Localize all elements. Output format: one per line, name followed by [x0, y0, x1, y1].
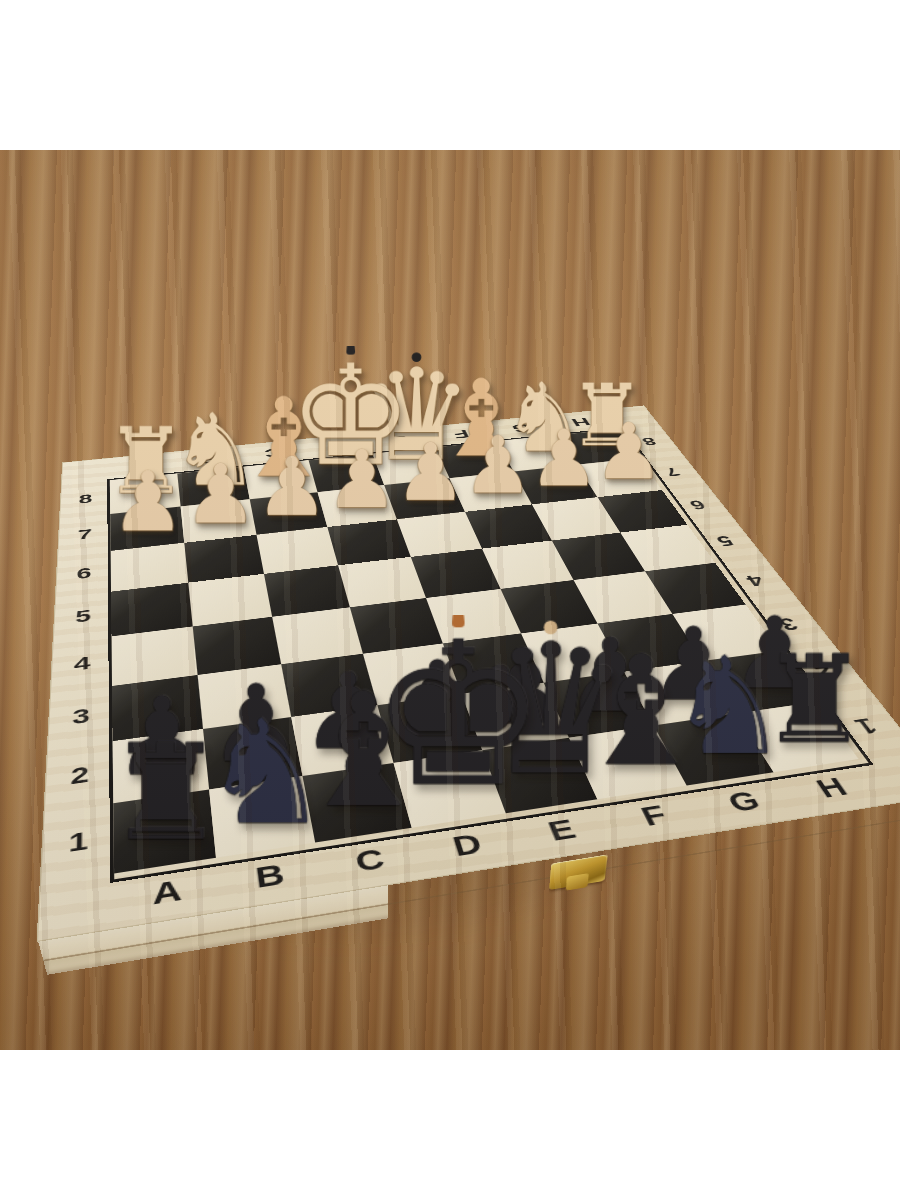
pawn-glyph: ♟ [123, 670, 388, 778]
square[interactable] [350, 598, 443, 654]
chess-piece[interactable]: ♞ [451, 369, 638, 466]
rank-label: 2 [787, 645, 864, 701]
square[interactable] [112, 626, 198, 686]
file-labels-far: ABCDEFGH [110, 413, 616, 477]
bishop-glyph: ♝ [506, 634, 774, 788]
chess-piece[interactable]: ♝ [387, 364, 576, 472]
square[interactable] [645, 563, 746, 614]
square[interactable] [426, 589, 521, 644]
square[interactable]: ♝ [435, 441, 513, 478]
rank-label: 8 [624, 425, 676, 457]
square[interactable] [411, 549, 501, 598]
board-right-edge [641, 406, 900, 820]
pawn-glyph: ♟ [190, 446, 393, 529]
file-label: G [690, 779, 798, 825]
square[interactable] [672, 605, 779, 662]
pawn-glyph: ♟ [466, 419, 661, 499]
square[interactable] [188, 574, 272, 627]
square[interactable]: ♟ [318, 485, 397, 527]
square[interactable]: ♟ [514, 465, 598, 505]
pawn-glyph: ♟ [308, 647, 567, 753]
square[interactable]: ♟ [624, 661, 736, 725]
file-label: H [547, 413, 615, 432]
square[interactable]: ♟ [462, 683, 569, 750]
chess-piece[interactable]: ♟ [123, 670, 388, 778]
chess-piece[interactable]: ♟ [308, 647, 567, 753]
chess-piece[interactable]: ♟ [331, 432, 530, 513]
pawn-glyph: ♟ [44, 460, 251, 544]
square[interactable]: ♟ [203, 717, 302, 790]
square[interactable]: ♜ [558, 429, 639, 465]
chess-piece[interactable]: ♛ [414, 618, 685, 802]
chess-piece[interactable]: ♟ [483, 625, 736, 728]
board-shadow [0, 372, 861, 1008]
chess-piece[interactable]: ♞ [596, 637, 860, 774]
pawn-glyph: ♟ [216, 659, 478, 766]
pawn-glyph: ♟ [27, 683, 296, 793]
rank-label: 3 [58, 687, 104, 749]
chess-piece[interactable]: ♟ [568, 614, 818, 716]
fold-seam [43, 812, 900, 961]
chess-piece[interactable]: ♟ [532, 413, 725, 492]
rank-label: 3 [753, 599, 824, 650]
square[interactable] [465, 504, 552, 548]
square[interactable] [521, 624, 624, 683]
bishop-glyph: ♝ [387, 364, 576, 472]
square[interactable] [198, 664, 292, 729]
rook-glyph: ♜ [514, 372, 699, 460]
chess-piece[interactable]: ♜ [22, 726, 308, 861]
square[interactable]: ♟ [250, 492, 328, 535]
square[interactable]: ♟ [110, 507, 184, 551]
knight-glyph: ♞ [596, 637, 860, 774]
square[interactable]: ♛ [482, 738, 597, 814]
square[interactable]: ♜ [113, 790, 216, 874]
chess-piece[interactable]: ♛ [321, 351, 511, 480]
finial-tip [543, 621, 557, 635]
square[interactable] [552, 533, 645, 580]
knight-glyph: ♞ [451, 369, 638, 466]
file-labels-near: ABCDEFGH [114, 765, 886, 919]
square[interactable]: ♝ [569, 725, 687, 799]
rank-label: 6 [64, 552, 103, 597]
square[interactable]: ♟ [384, 478, 465, 519]
king-glyph: ♚ [320, 615, 595, 816]
chess-piece[interactable]: ♟ [216, 659, 478, 766]
square[interactable]: ♟ [577, 458, 662, 497]
square[interactable] [184, 535, 264, 583]
rank-label: 4 [722, 558, 788, 604]
chess-board: ABCDEFGH ABCDEFGH 87654321 87654321 ♜♞♝♚… [38, 406, 900, 941]
rank-labels-right: 87654321 [624, 425, 900, 757]
pawn-glyph: ♟ [331, 432, 530, 513]
knight-glyph: ♞ [124, 699, 406, 846]
file-label: F [427, 424, 495, 444]
chess-piece[interactable]: ♟ [190, 446, 393, 529]
file-label: A [110, 455, 177, 477]
king-glyph: ♚ [254, 346, 446, 487]
pawn-glyph: ♟ [118, 453, 323, 536]
chess-piece[interactable]: ♝ [224, 671, 502, 831]
pawn-glyph: ♟ [532, 413, 725, 492]
file-label: C [317, 835, 424, 887]
square[interactable]: ♟ [544, 672, 654, 738]
rook-glyph: ♜ [683, 638, 900, 761]
file-label: H [778, 765, 886, 810]
pawn-glyph: ♟ [399, 426, 596, 506]
chess-piece[interactable]: ♟ [118, 453, 323, 536]
chess-piece[interactable]: ♟ [27, 683, 296, 793]
square[interactable] [272, 607, 363, 664]
file-label: D [304, 436, 372, 457]
chess-piece[interactable]: ♞ [124, 699, 406, 846]
board-squares: ♜♞♝♚♛♝♞♜♟♟♟♟♟♟♟♟♟♟♟♟♟♟♟♟♜♞♝♚♛♝♞♜ [110, 429, 859, 874]
file-label: G [488, 418, 556, 438]
chess-piece[interactable]: ♟ [397, 636, 653, 740]
square[interactable] [363, 643, 462, 705]
square[interactable]: ♟ [181, 499, 257, 543]
pawn-glyph: ♟ [397, 636, 653, 740]
square[interactable] [501, 580, 598, 633]
chess-piece[interactable]: ♟ [651, 604, 898, 705]
square[interactable] [264, 565, 350, 617]
finial-tip [451, 607, 463, 627]
square[interactable] [281, 654, 377, 717]
square[interactable] [338, 557, 426, 607]
square[interactable]: ♟ [450, 471, 532, 511]
board-frame: ♜♞♝♚♛♝♞♜♟♟♟♟♟♟♟♟♟♟♟♟♟♟♟♟♜♞♝♚♛♝♞♜ [107, 427, 873, 883]
square[interactable]: ♚ [309, 454, 385, 492]
rank-label: 7 [66, 515, 103, 556]
square[interactable]: ♟ [377, 694, 482, 763]
rank-label: 1 [52, 805, 103, 883]
chess-piece[interactable]: ♞ [117, 399, 313, 501]
pawn-glyph: ♟ [651, 604, 898, 705]
square[interactable]: ♞ [209, 776, 315, 858]
queen-glyph: ♛ [414, 618, 685, 802]
rank-label: 5 [694, 520, 756, 562]
finial-tip [411, 353, 421, 363]
bishop-glyph: ♝ [224, 671, 502, 831]
rank-label: 2 [55, 743, 103, 812]
square[interactable]: ♟ [291, 705, 393, 776]
rank-label: 5 [62, 593, 103, 643]
bishop-glyph: ♝ [186, 382, 380, 493]
finial-tip [346, 341, 355, 355]
square[interactable] [482, 540, 574, 588]
file-label: B [175, 449, 242, 471]
chess-piece[interactable]: ♚ [254, 346, 446, 487]
square[interactable] [598, 490, 688, 532]
rank-label: 6 [669, 486, 727, 524]
chess-piece[interactable]: ♟ [261, 439, 462, 521]
square[interactable] [443, 633, 544, 693]
square[interactable] [598, 614, 703, 672]
chess-piece[interactable]: ♚ [320, 615, 595, 816]
chess-piece[interactable]: ♜ [514, 372, 699, 460]
chess-piece[interactable]: ♝ [506, 634, 774, 788]
square[interactable]: ♝ [303, 763, 412, 843]
chess-piece[interactable]: ♟ [466, 419, 661, 499]
square[interactable] [193, 617, 281, 675]
file-label: E [366, 430, 434, 450]
chess-piece[interactable]: ♝ [186, 382, 380, 493]
table-surface: ABCDEFGH ABCDEFGH 87654321 87654321 ♜♞♝♚… [0, 150, 900, 1050]
rook-glyph: ♜ [22, 726, 308, 861]
square[interactable]: ♞ [177, 467, 249, 507]
chess-piece[interactable]: ♜ [683, 638, 900, 761]
file-label: D [414, 820, 521, 870]
file-label: C [240, 442, 308, 463]
square[interactable] [620, 525, 715, 572]
square[interactable] [111, 543, 189, 592]
file-label: A [114, 865, 220, 919]
square[interactable] [112, 675, 203, 741]
pawn-glyph: ♟ [568, 614, 818, 716]
square[interactable] [327, 519, 410, 565]
file-label: B [217, 850, 324, 903]
square[interactable]: ♟ [703, 651, 817, 714]
square[interactable] [397, 512, 482, 557]
board-surface: ABCDEFGH ABCDEFGH 87654321 87654321 ♜♞♝♚… [38, 406, 900, 941]
rank-label: 7 [645, 454, 700, 489]
chess-piece[interactable]: ♜ [47, 415, 244, 508]
rank-label: 4 [60, 637, 103, 692]
rank-labels-left: 87654321 [52, 481, 103, 883]
file-label: E [508, 806, 616, 855]
square[interactable] [111, 583, 193, 637]
square[interactable]: ♞ [497, 435, 577, 471]
pawn-glyph: ♟ [261, 439, 462, 521]
chess-piece[interactable]: ♟ [399, 426, 596, 506]
square[interactable] [574, 571, 673, 623]
knight-glyph: ♞ [117, 399, 313, 501]
rook-glyph: ♜ [47, 415, 244, 508]
square[interactable]: ♝ [244, 460, 318, 499]
square[interactable]: ♞ [654, 714, 774, 786]
square[interactable]: ♚ [394, 750, 506, 828]
square[interactable]: ♛ [373, 447, 450, 485]
square[interactable] [257, 527, 339, 574]
queen-glyph: ♛ [321, 351, 511, 480]
square[interactable] [532, 497, 620, 540]
rank-label: 1 [825, 695, 900, 758]
pawn-glyph: ♟ [483, 625, 736, 728]
board-front-edge [38, 794, 900, 975]
file-label: F [601, 792, 709, 840]
chess-piece[interactable]: ♟ [44, 460, 251, 544]
rank-label: 8 [68, 481, 103, 519]
square[interactable]: ♜ [110, 473, 181, 514]
square[interactable]: ♜ [736, 702, 858, 772]
clasp [549, 854, 608, 890]
square[interactable]: ♟ [113, 729, 209, 803]
